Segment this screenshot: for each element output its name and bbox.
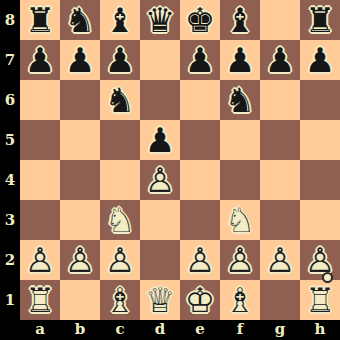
piece-black-pawn-b7[interactable]: ♟: [60, 40, 100, 80]
square-c3[interactable]: ♞♘: [100, 200, 140, 240]
rank-label-1: 1: [0, 280, 20, 320]
piece-white-knight-c3[interactable]: ♞: [100, 200, 140, 240]
square-g5[interactable]: [260, 120, 300, 160]
file-labels: abcdefgh: [20, 320, 340, 340]
piece-white-pawn-e2-outline: ♙: [180, 240, 220, 280]
file-label-f: f: [220, 320, 260, 340]
move-indicator-dot: [322, 272, 333, 283]
square-c5[interactable]: [100, 120, 140, 160]
piece-black-pawn-c7[interactable]: ♟: [100, 40, 140, 80]
piece-white-pawn-c2[interactable]: ♟: [100, 240, 140, 280]
rank-label-6: 6: [0, 80, 20, 120]
piece-black-pawn-g7[interactable]: ♟: [260, 40, 300, 80]
square-f6[interactable]: ♞: [220, 80, 260, 120]
square-d8[interactable]: ♛: [140, 0, 180, 40]
square-a4[interactable]: [20, 160, 60, 200]
rank-labels: 87654321: [0, 0, 20, 320]
piece-white-pawn-h2[interactable]: ♟: [300, 240, 340, 280]
square-h7[interactable]: ♟: [300, 40, 340, 80]
square-d4[interactable]: ♟♙: [140, 160, 180, 200]
square-a5[interactable]: [20, 120, 60, 160]
square-a2[interactable]: ♟♙: [20, 240, 60, 280]
square-c1[interactable]: ♝♗: [100, 280, 140, 320]
square-f3[interactable]: ♞♘: [220, 200, 260, 240]
piece-white-rook-h1[interactable]: ♜: [300, 280, 340, 320]
piece-white-knight-f3[interactable]: ♞: [220, 200, 260, 240]
square-a8[interactable]: ♜: [20, 0, 60, 40]
piece-black-pawn-e7[interactable]: ♟: [180, 40, 220, 80]
piece-black-knight-c6[interactable]: ♞: [100, 80, 140, 120]
piece-white-king-e1[interactable]: ♚: [180, 280, 220, 320]
square-e2[interactable]: ♟♙: [180, 240, 220, 280]
square-b4[interactable]: [60, 160, 100, 200]
piece-white-pawn-d4-outline: ♙: [140, 160, 180, 200]
square-g1[interactable]: [260, 280, 300, 320]
square-c7[interactable]: ♟: [100, 40, 140, 80]
square-b6[interactable]: [60, 80, 100, 120]
square-e1[interactable]: ♚♔: [180, 280, 220, 320]
square-a7[interactable]: ♟: [20, 40, 60, 80]
square-h4[interactable]: [300, 160, 340, 200]
square-c8[interactable]: ♝: [100, 0, 140, 40]
piece-white-pawn-a2-outline: ♙: [20, 240, 60, 280]
piece-white-pawn-b2[interactable]: ♟: [60, 240, 100, 280]
square-g4[interactable]: [260, 160, 300, 200]
piece-white-king-e1-outline: ♔: [180, 280, 220, 320]
square-a1[interactable]: ♜♖: [20, 280, 60, 320]
piece-white-queen-d1-outline: ♕: [140, 280, 180, 320]
square-d7[interactable]: [140, 40, 180, 80]
square-f2[interactable]: ♟♙: [220, 240, 260, 280]
square-d1[interactable]: ♛♕: [140, 280, 180, 320]
piece-white-knight-f3-outline: ♘: [220, 200, 260, 240]
piece-white-pawn-c2-outline: ♙: [100, 240, 140, 280]
file-label-g: g: [260, 320, 300, 340]
rank-label-3: 3: [0, 200, 20, 240]
piece-black-rook-a8[interactable]: ♜: [20, 0, 60, 40]
piece-black-rook-h8[interactable]: ♜: [300, 0, 340, 40]
square-c6[interactable]: ♞: [100, 80, 140, 120]
piece-white-rook-a1-outline: ♖: [20, 280, 60, 320]
piece-black-knight-b8[interactable]: ♞: [60, 0, 100, 40]
rank-label-7: 7: [0, 40, 20, 80]
square-h5[interactable]: [300, 120, 340, 160]
square-f7[interactable]: ♟: [220, 40, 260, 80]
piece-white-pawn-a2[interactable]: ♟: [20, 240, 60, 280]
square-g6[interactable]: [260, 80, 300, 120]
square-f1[interactable]: ♝♗: [220, 280, 260, 320]
square-g7[interactable]: ♟: [260, 40, 300, 80]
rank-label-4: 4: [0, 160, 20, 200]
square-e8[interactable]: ♚: [180, 0, 220, 40]
square-b5[interactable]: [60, 120, 100, 160]
square-h6[interactable]: [300, 80, 340, 120]
piece-white-knight-c3-outline: ♘: [100, 200, 140, 240]
square-d5[interactable]: ♟: [140, 120, 180, 160]
square-f8[interactable]: ♝: [220, 0, 260, 40]
file-label-d: d: [140, 320, 180, 340]
piece-white-pawn-e2[interactable]: ♟: [180, 240, 220, 280]
square-h8[interactable]: ♜: [300, 0, 340, 40]
piece-black-king-e8[interactable]: ♚: [180, 0, 220, 40]
rank-label-5: 5: [0, 120, 20, 160]
square-e6[interactable]: [180, 80, 220, 120]
square-b2[interactable]: ♟♙: [60, 240, 100, 280]
file-label-h: h: [300, 320, 340, 340]
piece-black-queen-d8[interactable]: ♛: [140, 0, 180, 40]
square-d2[interactable]: [140, 240, 180, 280]
file-label-c: c: [100, 320, 140, 340]
square-b1[interactable]: [60, 280, 100, 320]
square-c4[interactable]: [100, 160, 140, 200]
square-c2[interactable]: ♟♙: [100, 240, 140, 280]
rank-label-8: 8: [0, 0, 20, 40]
square-f4[interactable]: [220, 160, 260, 200]
square-d3[interactable]: [140, 200, 180, 240]
square-b3[interactable]: [60, 200, 100, 240]
piece-white-queen-d1[interactable]: ♛: [140, 280, 180, 320]
square-h1[interactable]: ♜♖: [300, 280, 340, 320]
rank-label-2: 2: [0, 240, 20, 280]
chess-board: ♜♞♝♛♚♝♜♟♟♟♟♟♟♟♞♞♟♟♙♞♘♞♘♟♙♟♙♟♙♟♙♟♙♟♙♟♙♜♖♝…: [20, 0, 340, 320]
file-label-e: e: [180, 320, 220, 340]
square-g2[interactable]: ♟♙: [260, 240, 300, 280]
square-h2[interactable]: ♟♙: [300, 240, 340, 280]
square-d6[interactable]: [140, 80, 180, 120]
square-a6[interactable]: [20, 80, 60, 120]
piece-white-bishop-f1[interactable]: ♝: [220, 280, 260, 320]
piece-black-pawn-f7[interactable]: ♟: [220, 40, 260, 80]
chess-app-window: 87654321 ♜♞♝♛♚♝♜♟♟♟♟♟♟♟♞♞♟♟♙♞♘♞♘♟♙♟♙♟♙♟♙…: [0, 0, 340, 340]
piece-black-knight-f6[interactable]: ♞: [220, 80, 260, 120]
piece-black-bishop-c8[interactable]: ♝: [100, 0, 140, 40]
piece-white-bishop-c1-outline: ♗: [100, 280, 140, 320]
square-a3[interactable]: [20, 200, 60, 240]
piece-white-pawn-g2[interactable]: ♟: [260, 240, 300, 280]
square-b8[interactable]: ♞: [60, 0, 100, 40]
piece-white-pawn-f2-outline: ♙: [220, 240, 260, 280]
file-label-a: a: [20, 320, 60, 340]
square-e5[interactable]: [180, 120, 220, 160]
piece-black-pawn-d5[interactable]: ♟: [140, 120, 180, 160]
piece-white-pawn-f2[interactable]: ♟: [220, 240, 260, 280]
square-b7[interactable]: ♟: [60, 40, 100, 80]
piece-white-pawn-d4[interactable]: ♟: [140, 160, 180, 200]
piece-black-pawn-h7[interactable]: ♟: [300, 40, 340, 80]
square-e7[interactable]: ♟: [180, 40, 220, 80]
square-e3[interactable]: [180, 200, 220, 240]
piece-white-pawn-b2-outline: ♙: [60, 240, 100, 280]
piece-white-rook-h1-outline: ♖: [300, 280, 340, 320]
square-g3[interactable]: [260, 200, 300, 240]
piece-white-pawn-g2-outline: ♙: [260, 240, 300, 280]
piece-white-bishop-c1[interactable]: ♝: [100, 280, 140, 320]
square-f5[interactable]: [220, 120, 260, 160]
piece-white-rook-a1[interactable]: ♜: [20, 280, 60, 320]
piece-black-bishop-f8[interactable]: ♝: [220, 0, 260, 40]
file-label-b: b: [60, 320, 100, 340]
square-g8[interactable]: [260, 0, 300, 40]
piece-white-bishop-f1-outline: ♗: [220, 280, 260, 320]
piece-black-pawn-a7[interactable]: ♟: [20, 40, 60, 80]
square-e4[interactable]: [180, 160, 220, 200]
square-h3[interactable]: [300, 200, 340, 240]
piece-white-pawn-h2-outline: ♙: [300, 240, 340, 280]
